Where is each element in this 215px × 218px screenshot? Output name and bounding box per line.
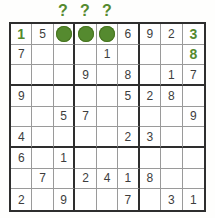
- cell-r8c9: [183, 169, 204, 190]
- cell-r6c9: [183, 127, 204, 148]
- cell-r2c3: [54, 45, 75, 66]
- cell-r6c7: 3: [140, 127, 161, 148]
- cell-r6c1: 4: [11, 127, 32, 148]
- cell-r3c1: [11, 65, 32, 86]
- cell-r9c5: [97, 189, 118, 210]
- cell-r5c3: 5: [54, 107, 75, 128]
- cell-r9c2: [32, 189, 53, 210]
- cell-r4c7: 2: [140, 86, 161, 107]
- cell-r4c6: 5: [118, 86, 139, 107]
- cell-r1c3: [54, 24, 75, 45]
- cell-r2c6: [118, 45, 139, 66]
- cell-r7c5: [97, 148, 118, 169]
- cell-r9c7: [140, 189, 161, 210]
- cell-r3c8: 1: [161, 65, 182, 86]
- cell-r6c5: [97, 127, 118, 148]
- cell-r9c1: 2: [11, 189, 32, 210]
- cell-r8c5: 4: [97, 169, 118, 190]
- cell-r8c2: 7: [32, 169, 53, 190]
- cell-r7c2: [32, 148, 53, 169]
- hidden-cell-circle-icon: [99, 26, 115, 42]
- cell-r5c2: [32, 107, 53, 128]
- cell-r6c3: [54, 127, 75, 148]
- cell-r4c3: [54, 86, 75, 107]
- hidden-cell-circle-icon: [56, 26, 72, 42]
- cell-r8c8: [161, 169, 182, 190]
- cell-r2c9: 8: [183, 45, 204, 66]
- cell-r8c6: 1: [118, 169, 139, 190]
- cell-r2c4: [75, 45, 96, 66]
- cell-r8c1: [11, 169, 32, 190]
- cell-r2c5: 1: [97, 45, 118, 66]
- cell-r4c9: [183, 86, 204, 107]
- cell-r5c8: [161, 107, 182, 128]
- cell-r8c7: 8: [140, 169, 161, 190]
- cell-r7c6: [118, 148, 139, 169]
- cell-r3c2: [32, 65, 53, 86]
- cell-r3c4: 9: [75, 65, 96, 86]
- cell-r7c8: [161, 148, 182, 169]
- cell-r1c9: 3: [183, 24, 204, 45]
- cell-r1c6: 6: [118, 24, 139, 45]
- cell-r4c2: [32, 86, 53, 107]
- question-mark-2: ?: [74, 1, 96, 21]
- cell-r9c9: 1: [183, 189, 204, 210]
- cell-r1c7: 9: [140, 24, 161, 45]
- cell-r4c4: [75, 86, 96, 107]
- cell-r5c9: 9: [183, 107, 204, 128]
- cell-r4c5: [97, 86, 118, 107]
- cell-r2c8: [161, 45, 182, 66]
- cell-r6c4: [75, 127, 96, 148]
- cell-r1c5: [97, 24, 118, 45]
- cell-r2c1: 7: [11, 45, 32, 66]
- cell-r8c3: [54, 169, 75, 190]
- cell-r7c3: 1: [54, 148, 75, 169]
- cell-r7c1: 6: [11, 148, 32, 169]
- question-marks-row: ? ? ?: [52, 1, 118, 21]
- sudoku-board: 15692371898179528579423617241829731: [9, 22, 206, 212]
- cell-r5c6: [118, 107, 139, 128]
- cell-r8c4: 2: [75, 169, 96, 190]
- cell-r9c8: 3: [161, 189, 182, 210]
- cell-r3c7: [140, 65, 161, 86]
- cell-r3c6: 8: [118, 65, 139, 86]
- cell-r6c2: [32, 127, 53, 148]
- cell-r4c1: 9: [11, 86, 32, 107]
- cell-r1c8: 2: [161, 24, 182, 45]
- cell-r3c5: [97, 65, 118, 86]
- cell-r3c9: 7: [183, 65, 204, 86]
- cell-r5c5: [97, 107, 118, 128]
- cell-r1c4: [75, 24, 96, 45]
- question-mark-1: ?: [52, 1, 74, 21]
- cell-r6c8: [161, 127, 182, 148]
- cell-r5c4: 7: [75, 107, 96, 128]
- cell-r5c7: [140, 107, 161, 128]
- cell-r9c4: [75, 189, 96, 210]
- question-mark-3: ?: [96, 1, 118, 21]
- cell-r1c2: 5: [32, 24, 53, 45]
- cell-r7c9: [183, 148, 204, 169]
- puzzle-page: ? ? ? 1569237189817952857942361724182973…: [0, 0, 215, 218]
- cell-r5c1: [11, 107, 32, 128]
- cell-r2c2: [32, 45, 53, 66]
- hidden-cell-circle-icon: [78, 26, 94, 42]
- cell-r7c4: [75, 148, 96, 169]
- cell-r6c6: 2: [118, 127, 139, 148]
- cell-r3c3: [54, 65, 75, 86]
- cell-r7c7: [140, 148, 161, 169]
- cell-r9c3: 9: [54, 189, 75, 210]
- cell-r1c1: 1: [11, 24, 32, 45]
- cell-r2c7: [140, 45, 161, 66]
- cell-r9c6: 7: [118, 189, 139, 210]
- cell-r4c8: 8: [161, 86, 182, 107]
